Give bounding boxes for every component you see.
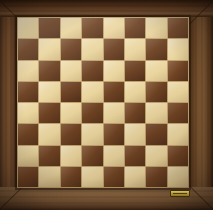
square-a7[interactable] <box>18 39 38 59</box>
square-e2[interactable] <box>104 146 124 166</box>
square-f2[interactable] <box>125 146 145 166</box>
square-g1[interactable] <box>146 167 166 187</box>
square-g6[interactable] <box>146 61 166 81</box>
chessboard-photo <box>0 0 213 210</box>
square-h6[interactable] <box>168 61 188 81</box>
square-g7[interactable] <box>146 39 166 59</box>
square-g8[interactable] <box>146 18 166 38</box>
square-f8[interactable] <box>125 18 145 38</box>
square-d1[interactable] <box>82 167 102 187</box>
square-b1[interactable] <box>39 167 59 187</box>
gold-sticker <box>170 190 190 197</box>
square-d6[interactable] <box>82 61 102 81</box>
board-frame-right <box>189 0 213 210</box>
square-h4[interactable] <box>168 103 188 123</box>
square-h2[interactable] <box>168 146 188 166</box>
square-b3[interactable] <box>39 124 59 144</box>
square-g2[interactable] <box>146 146 166 166</box>
square-e1[interactable] <box>104 167 124 187</box>
square-c3[interactable] <box>61 124 81 144</box>
square-h3[interactable] <box>168 124 188 144</box>
square-g5[interactable] <box>146 82 166 102</box>
square-e8[interactable] <box>104 18 124 38</box>
square-b7[interactable] <box>39 39 59 59</box>
square-g3[interactable] <box>146 124 166 144</box>
board <box>17 17 189 188</box>
square-f6[interactable] <box>125 61 145 81</box>
square-d2[interactable] <box>82 146 102 166</box>
square-d3[interactable] <box>82 124 102 144</box>
square-c2[interactable] <box>61 146 81 166</box>
square-f1[interactable] <box>125 167 145 187</box>
square-a3[interactable] <box>18 124 38 144</box>
square-c8[interactable] <box>61 18 81 38</box>
square-c5[interactable] <box>61 82 81 102</box>
square-b4[interactable] <box>39 103 59 123</box>
square-c6[interactable] <box>61 61 81 81</box>
square-b6[interactable] <box>39 61 59 81</box>
square-f3[interactable] <box>125 124 145 144</box>
square-d8[interactable] <box>82 18 102 38</box>
square-e7[interactable] <box>104 39 124 59</box>
square-a1[interactable] <box>18 167 38 187</box>
square-a8[interactable] <box>18 18 38 38</box>
square-f4[interactable] <box>125 103 145 123</box>
square-h7[interactable] <box>168 39 188 59</box>
square-b2[interactable] <box>39 146 59 166</box>
square-b5[interactable] <box>39 82 59 102</box>
board-frame-top <box>0 0 213 17</box>
square-a2[interactable] <box>18 146 38 166</box>
square-d4[interactable] <box>82 103 102 123</box>
square-c4[interactable] <box>61 103 81 123</box>
square-e5[interactable] <box>104 82 124 102</box>
square-d7[interactable] <box>82 39 102 59</box>
square-f7[interactable] <box>125 39 145 59</box>
square-c1[interactable] <box>61 167 81 187</box>
square-h5[interactable] <box>168 82 188 102</box>
square-e3[interactable] <box>104 124 124 144</box>
square-d5[interactable] <box>82 82 102 102</box>
board-frame-left <box>0 0 17 210</box>
square-g4[interactable] <box>146 103 166 123</box>
square-e6[interactable] <box>104 61 124 81</box>
square-e4[interactable] <box>104 103 124 123</box>
square-h1[interactable] <box>168 167 188 187</box>
square-h8[interactable] <box>168 18 188 38</box>
square-a4[interactable] <box>18 103 38 123</box>
square-f5[interactable] <box>125 82 145 102</box>
square-a5[interactable] <box>18 82 38 102</box>
square-b8[interactable] <box>39 18 59 38</box>
square-c7[interactable] <box>61 39 81 59</box>
square-a6[interactable] <box>18 61 38 81</box>
